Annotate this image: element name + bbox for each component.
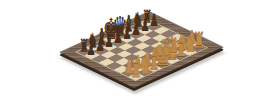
chess-board: [59, 11, 224, 88]
chess-set-photo: ♜♟♞♟♝♟♛♟♚♟♝♟♟♞♜♟♟♜♞♟♟♝♟♛♟♚♟♝♟♞♟♜: [0, 0, 260, 110]
